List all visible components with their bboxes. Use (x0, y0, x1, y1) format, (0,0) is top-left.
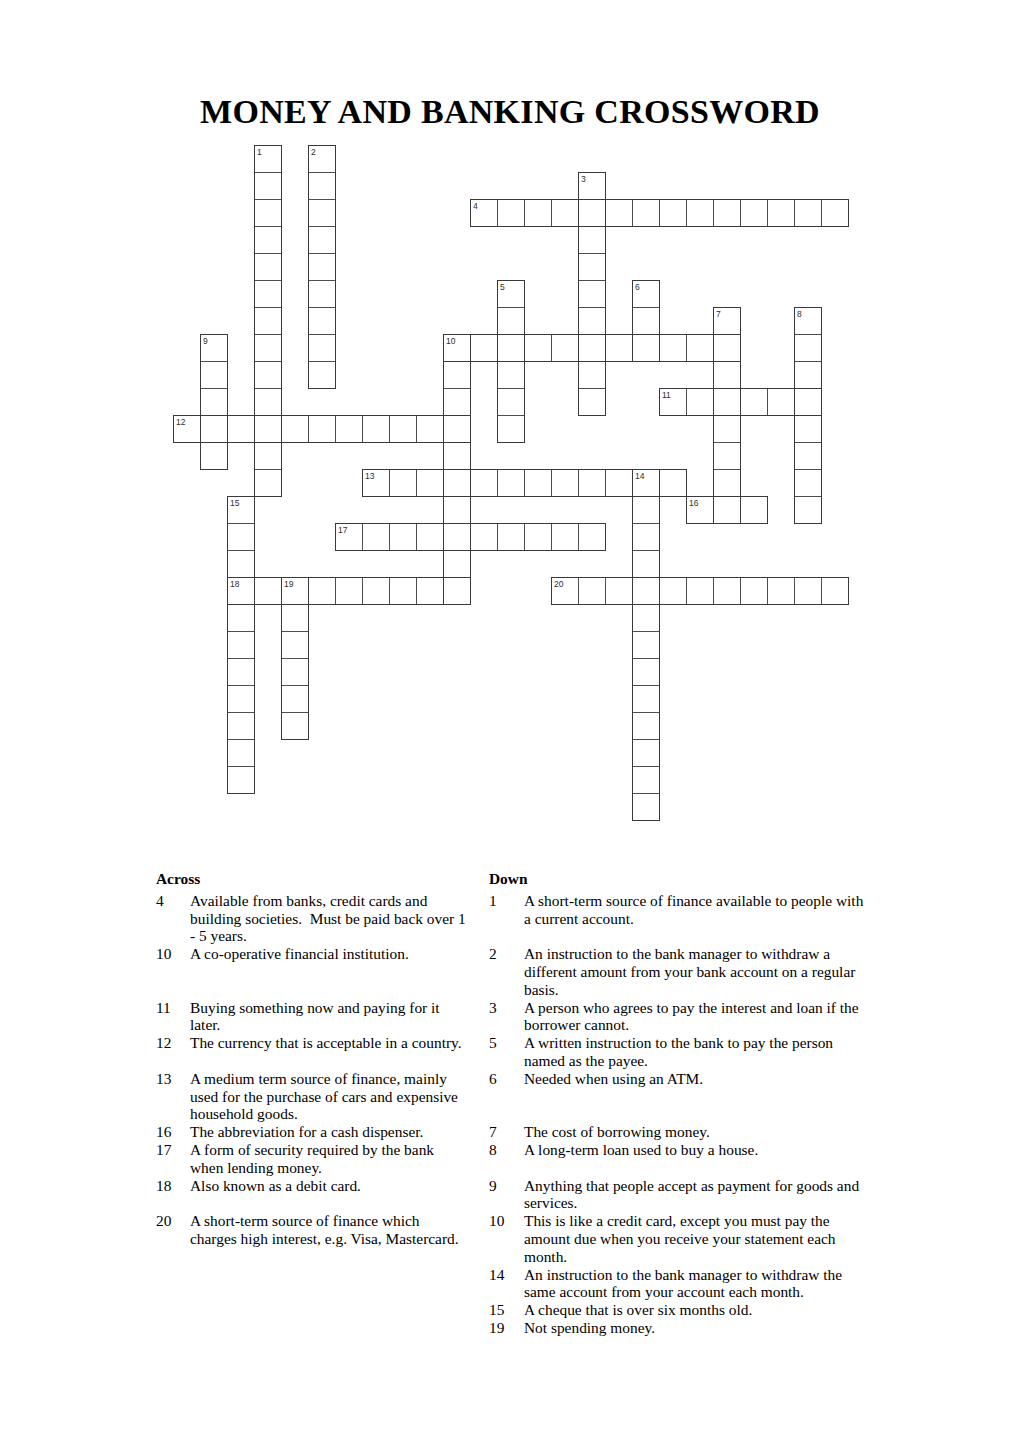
across-clue-text (190, 1301, 470, 1319)
grid-cell[interactable] (443, 523, 471, 551)
grid-cell[interactable]: 18 (227, 577, 255, 605)
clue-number: 13 (365, 471, 374, 481)
grid-cell[interactable] (389, 577, 417, 605)
page-title: MONEY AND BANKING CROSSWORD (0, 93, 1020, 131)
grid-cell[interactable] (794, 361, 822, 389)
grid-cell[interactable] (713, 199, 741, 227)
grid-cell[interactable] (281, 658, 309, 686)
grid-cell[interactable] (389, 523, 417, 551)
grid-cell[interactable] (200, 442, 228, 470)
down-clue-number: 8 (489, 1141, 524, 1177)
grid-cell[interactable] (605, 199, 633, 227)
grid-cell[interactable] (578, 577, 606, 605)
grid-cell[interactable]: 19 (281, 577, 309, 605)
across-clue-text: A form of security required by the bank … (190, 1141, 470, 1177)
grid-cell[interactable] (821, 199, 849, 227)
grid-cell[interactable] (821, 577, 849, 605)
grid-cell[interactable] (443, 577, 471, 605)
grid-cell[interactable] (605, 469, 633, 497)
across-clue-number: 12 (156, 1034, 190, 1070)
grid-cell[interactable] (632, 307, 660, 335)
down-clue-text: Needed when using an ATM. (524, 1070, 868, 1123)
clue-number: 11 (662, 390, 671, 400)
grid-cell[interactable] (632, 658, 660, 686)
clue-number: 1 (257, 147, 262, 157)
grid-cell[interactable] (632, 604, 660, 632)
grid-cell[interactable] (632, 550, 660, 578)
clue-number: 19 (284, 579, 293, 589)
grid-cell[interactable] (497, 307, 525, 335)
grid-cell[interactable] (497, 361, 525, 389)
down-clue-number: 9 (489, 1177, 524, 1213)
grid-cell[interactable]: 14 (632, 469, 660, 497)
grid-cell[interactable] (659, 334, 687, 362)
grid-cell[interactable] (497, 415, 525, 443)
grid-cell[interactable] (227, 415, 255, 443)
grid-cell[interactable] (254, 577, 282, 605)
grid-cell[interactable] (362, 577, 390, 605)
grid-cell[interactable] (227, 685, 255, 713)
across-clue-number: 4 (156, 892, 190, 945)
grid-cell[interactable] (632, 631, 660, 659)
down-clue-text: An instruction to the bank manager to wi… (524, 945, 868, 998)
grid-cell[interactable] (443, 496, 471, 524)
grid-cell[interactable]: 7 (713, 307, 741, 335)
grid-cell[interactable] (227, 550, 255, 578)
down-clue-number: 10 (489, 1212, 524, 1265)
clue-list: Across Down 4Available from banks, credi… (156, 870, 868, 1337)
grid-cell[interactable] (281, 604, 309, 632)
grid-cell[interactable] (227, 766, 255, 794)
down-clue-number: 1 (489, 892, 524, 945)
grid-cell[interactable] (740, 496, 768, 524)
grid-cell[interactable] (578, 253, 606, 281)
clue-number: 8 (797, 309, 802, 319)
across-header: Across (156, 870, 470, 888)
grid-cell[interactable] (686, 199, 714, 227)
grid-cell[interactable] (578, 388, 606, 416)
clue-number: 12 (176, 417, 185, 427)
grid-cell[interactable] (308, 577, 336, 605)
grid-cell[interactable] (497, 469, 525, 497)
grid-cell[interactable]: 4 (470, 199, 498, 227)
grid-cell[interactable] (632, 523, 660, 551)
grid-cell[interactable] (254, 442, 282, 470)
across-clue-number: 20 (156, 1212, 190, 1265)
grid-cell[interactable] (470, 334, 498, 362)
grid-cell[interactable] (497, 334, 525, 362)
grid-cell[interactable] (497, 199, 525, 227)
grid-cell[interactable] (551, 469, 579, 497)
grid-cell[interactable] (740, 199, 768, 227)
grid-cell[interactable] (227, 604, 255, 632)
grid-cell[interactable] (200, 415, 228, 443)
grid-cell[interactable] (254, 415, 282, 443)
grid-cell[interactable] (497, 523, 525, 551)
grid-cell[interactable] (605, 334, 633, 362)
grid-cell[interactable] (443, 415, 471, 443)
grid-cell[interactable]: 5 (497, 280, 525, 308)
grid-cell[interactable] (308, 226, 336, 254)
grid-cell[interactable] (227, 739, 255, 767)
grid-cell[interactable] (686, 577, 714, 605)
grid-cell[interactable] (443, 442, 471, 470)
grid-cell[interactable] (632, 793, 660, 821)
across-clue-text: Available from banks, credit cards and b… (190, 892, 470, 945)
grid-cell[interactable] (632, 685, 660, 713)
grid-cell[interactable] (308, 334, 336, 362)
clue-number: 14 (635, 471, 644, 481)
grid-cell[interactable] (713, 442, 741, 470)
down-clue-text: A person who agrees to pay the interest … (524, 999, 868, 1035)
grid-cell[interactable] (524, 334, 552, 362)
grid-cell[interactable] (524, 469, 552, 497)
grid-cell[interactable] (443, 388, 471, 416)
grid-cell[interactable] (659, 577, 687, 605)
grid-cell[interactable] (200, 388, 228, 416)
grid-cell[interactable] (713, 334, 741, 362)
clue-number: 4 (473, 201, 478, 211)
grid-cell[interactable] (524, 199, 552, 227)
grid-cell[interactable] (308, 253, 336, 281)
grid-cell[interactable] (362, 523, 390, 551)
grid-cell[interactable] (794, 334, 822, 362)
grid-cell[interactable] (416, 577, 444, 605)
grid-cell[interactable] (713, 496, 741, 524)
across-clue-number: 18 (156, 1177, 190, 1213)
grid-cell[interactable] (578, 307, 606, 335)
down-clue-text: Not spending money. (524, 1319, 868, 1337)
grid-cell[interactable] (389, 469, 417, 497)
across-clue-text (190, 1319, 470, 1337)
grid-cell[interactable] (227, 712, 255, 740)
down-header: Down (489, 870, 868, 888)
grid-cell[interactable] (632, 739, 660, 767)
grid-cell[interactable] (713, 469, 741, 497)
grid-cell[interactable] (794, 199, 822, 227)
grid-cell[interactable]: 2 (308, 145, 336, 173)
grid-cell[interactable] (308, 280, 336, 308)
grid-cell[interactable] (281, 712, 309, 740)
grid-cell[interactable] (659, 469, 687, 497)
grid-cell[interactable] (227, 658, 255, 686)
grid-cell[interactable] (254, 253, 282, 281)
grid-cell[interactable] (713, 388, 741, 416)
grid-cell[interactable] (578, 361, 606, 389)
grid-cell[interactable] (632, 766, 660, 794)
down-clue-text: This is like a credit card, except you m… (524, 1212, 868, 1265)
grid-cell[interactable] (254, 307, 282, 335)
grid-cell[interactable]: 17 (335, 523, 363, 551)
across-clue-text: The abbreviation for a cash dispenser. (190, 1123, 470, 1141)
down-clue-text: A cheque that is over six months old. (524, 1301, 868, 1319)
across-clue-text: Buying something now and paying for it l… (190, 999, 470, 1035)
down-clue-number: 3 (489, 999, 524, 1035)
across-clue-number: 10 (156, 945, 190, 998)
clue-number: 10 (446, 336, 455, 346)
grid-cell[interactable] (632, 712, 660, 740)
grid-cell[interactable] (470, 469, 498, 497)
grid-cell[interactable] (308, 361, 336, 389)
grid-cell[interactable] (308, 307, 336, 335)
down-clue-text: An instruction to the bank manager to wi… (524, 1266, 868, 1302)
grid-cell[interactable]: 20 (551, 577, 579, 605)
grid-cell[interactable] (281, 631, 309, 659)
grid-cell[interactable] (497, 388, 525, 416)
down-clue-text: A long-term loan used to buy a house. (524, 1141, 868, 1177)
grid-cell[interactable] (254, 361, 282, 389)
across-clue-number (156, 1266, 190, 1302)
grid-cell[interactable] (551, 199, 579, 227)
grid-cell[interactable] (416, 469, 444, 497)
down-clue-text: A short-term source of finance available… (524, 892, 868, 945)
across-clue-text: A medium term source of finance, mainly … (190, 1070, 470, 1123)
across-clue-text (190, 1266, 470, 1302)
grid-cell[interactable] (308, 415, 336, 443)
across-clue-number: 11 (156, 999, 190, 1035)
grid-cell[interactable]: 15 (227, 496, 255, 524)
grid-cell[interactable]: 13 (362, 469, 390, 497)
grid-cell[interactable] (632, 577, 660, 605)
grid-cell[interactable] (281, 685, 309, 713)
grid-cell[interactable] (794, 496, 822, 524)
grid-cell[interactable] (254, 469, 282, 497)
grid-cell[interactable] (767, 577, 795, 605)
across-clue-text: Also known as a debit card. (190, 1177, 470, 1213)
grid-cell[interactable] (524, 523, 552, 551)
grid-cell[interactable] (578, 523, 606, 551)
clue-number: 17 (338, 525, 347, 535)
down-clue-number: 6 (489, 1070, 524, 1123)
grid-cell[interactable] (416, 415, 444, 443)
down-clue-number: 15 (489, 1301, 524, 1319)
grid-cell[interactable] (686, 334, 714, 362)
grid-cell[interactable] (551, 334, 579, 362)
grid-cell[interactable] (362, 415, 390, 443)
grid-cell[interactable]: 9 (200, 334, 228, 362)
grid-cell[interactable] (740, 388, 768, 416)
grid-cell[interactable] (794, 442, 822, 470)
down-clue-number: 2 (489, 945, 524, 998)
grid-cell[interactable] (389, 415, 417, 443)
down-clue-number: 19 (489, 1319, 524, 1337)
grid-cell[interactable] (254, 334, 282, 362)
grid-cell[interactable] (308, 172, 336, 200)
grid-cell[interactable]: 10 (443, 334, 471, 362)
grid-cell[interactable] (416, 523, 444, 551)
grid-cell[interactable] (254, 172, 282, 200)
clue-number: 9 (203, 336, 208, 346)
grid-cell[interactable] (713, 577, 741, 605)
grid-cell[interactable] (254, 199, 282, 227)
grid-cell[interactable] (335, 577, 363, 605)
grid-cell[interactable] (227, 631, 255, 659)
crossword-grid: 1234567891011121314151617181920 (173, 145, 849, 821)
grid-cell[interactable] (605, 577, 633, 605)
grid-cell[interactable] (632, 199, 660, 227)
grid-cell[interactable]: 12 (173, 415, 201, 443)
grid-cell[interactable]: 11 (659, 388, 687, 416)
clue-number: 15 (230, 498, 239, 508)
grid-cell[interactable] (632, 496, 660, 524)
grid-cell[interactable] (443, 361, 471, 389)
grid-cell[interactable]: 6 (632, 280, 660, 308)
down-clue-text: The cost of borrowing money. (524, 1123, 868, 1141)
grid-cell[interactable]: 3 (578, 172, 606, 200)
grid-cell[interactable] (578, 469, 606, 497)
down-clue-number: 5 (489, 1034, 524, 1070)
grid-cell[interactable] (254, 280, 282, 308)
grid-cell[interactable] (443, 550, 471, 578)
grid-cell[interactable] (686, 388, 714, 416)
grid-cell[interactable] (578, 334, 606, 362)
grid-cell[interactable] (443, 469, 471, 497)
down-clue-number: 14 (489, 1266, 524, 1302)
grid-cell[interactable] (713, 415, 741, 443)
across-clue-number (156, 1301, 190, 1319)
across-clue-number: 16 (156, 1123, 190, 1141)
across-clue-text: A short-term source of finance which cha… (190, 1212, 470, 1265)
down-clue-number: 7 (489, 1123, 524, 1141)
grid-cell[interactable] (470, 523, 498, 551)
grid-cell[interactable] (254, 388, 282, 416)
grid-cell[interactable] (335, 415, 363, 443)
grid-cell[interactable] (794, 577, 822, 605)
clue-number: 7 (716, 309, 721, 319)
grid-cell[interactable] (227, 523, 255, 551)
grid-cell[interactable] (551, 523, 579, 551)
grid-cell[interactable] (794, 415, 822, 443)
clue-number: 3 (581, 174, 586, 184)
grid-cell[interactable] (659, 199, 687, 227)
grid-cell[interactable] (578, 280, 606, 308)
grid-cell[interactable]: 8 (794, 307, 822, 335)
grid-cell[interactable] (794, 388, 822, 416)
grid-cell[interactable] (578, 199, 606, 227)
grid-cell[interactable] (794, 469, 822, 497)
grid-cell[interactable] (713, 361, 741, 389)
clue-number: 16 (689, 498, 698, 508)
grid-cell[interactable] (740, 577, 768, 605)
across-clue-number: 17 (156, 1141, 190, 1177)
grid-cell[interactable] (200, 361, 228, 389)
down-clue-text: Anything that people accept as payment f… (524, 1177, 868, 1213)
grid-cell[interactable] (308, 199, 336, 227)
grid-cell[interactable] (767, 388, 795, 416)
across-clue-text: The currency that is acceptable in a cou… (190, 1034, 470, 1070)
grid-cell[interactable]: 1 (254, 145, 282, 173)
clue-number: 20 (554, 579, 563, 589)
clue-number: 6 (635, 282, 640, 292)
grid-cell[interactable] (281, 415, 309, 443)
down-clue-text: A written instruction to the bank to pay… (524, 1034, 868, 1070)
clue-number: 2 (311, 147, 316, 157)
across-clue-text: A co-operative financial institution. (190, 945, 470, 998)
grid-cell[interactable] (578, 226, 606, 254)
grid-cell[interactable] (632, 334, 660, 362)
grid-cell[interactable] (254, 226, 282, 254)
across-clue-number (156, 1319, 190, 1337)
grid-cell[interactable]: 16 (686, 496, 714, 524)
clue-number: 5 (500, 282, 505, 292)
grid-cell[interactable] (767, 199, 795, 227)
across-clue-number: 13 (156, 1070, 190, 1123)
clue-number: 18 (230, 579, 239, 589)
